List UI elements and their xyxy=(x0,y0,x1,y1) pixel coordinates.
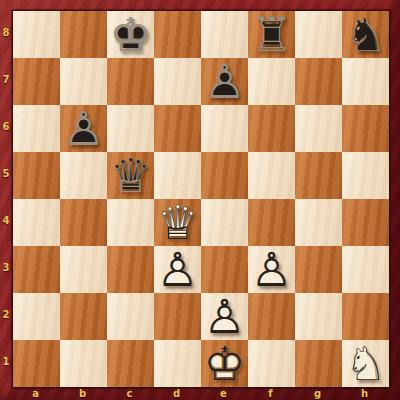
square-c1[interactable] xyxy=(107,340,154,387)
square-b7[interactable] xyxy=(60,58,107,105)
white-queen-d4[interactable]: ♛♕ xyxy=(154,199,201,246)
black-pawn-outline: ♙ xyxy=(60,105,107,152)
square-b5[interactable] xyxy=(60,152,107,199)
square-g6[interactable] xyxy=(295,105,342,152)
square-f1[interactable] xyxy=(248,340,295,387)
square-f2[interactable] xyxy=(248,293,295,340)
square-a1[interactable] xyxy=(13,340,60,387)
square-f8[interactable]: ♜♖ xyxy=(248,11,295,58)
square-c3[interactable] xyxy=(107,246,154,293)
rank-label-7: 7 xyxy=(0,74,12,86)
square-d7[interactable] xyxy=(154,58,201,105)
square-h7[interactable] xyxy=(342,58,389,105)
file-label-b: b xyxy=(59,388,106,400)
square-g1[interactable] xyxy=(295,340,342,387)
square-b1[interactable] xyxy=(60,340,107,387)
square-f6[interactable] xyxy=(248,105,295,152)
black-knight-outline: ♘ xyxy=(342,11,389,58)
white-pawn-f3[interactable]: ♟♙ xyxy=(248,246,295,293)
square-g4[interactable] xyxy=(295,199,342,246)
square-e7[interactable]: ♟♙ xyxy=(201,58,248,105)
square-a6[interactable] xyxy=(13,105,60,152)
black-queen-c5[interactable]: ♛♕ xyxy=(107,152,154,199)
file-label-f: f xyxy=(247,388,294,400)
square-a5[interactable] xyxy=(13,152,60,199)
square-d2[interactable] xyxy=(154,293,201,340)
white-king-e1[interactable]: ♚♔ xyxy=(201,340,248,387)
file-label-c: c xyxy=(106,388,153,400)
square-b8[interactable] xyxy=(60,11,107,58)
black-queen-outline: ♕ xyxy=(107,152,154,199)
square-c8[interactable]: ♚♔ xyxy=(107,11,154,58)
square-c6[interactable] xyxy=(107,105,154,152)
black-king-c8[interactable]: ♚♔ xyxy=(107,11,154,58)
white-pawn-e2[interactable]: ♟♙ xyxy=(201,293,248,340)
square-a7[interactable] xyxy=(13,58,60,105)
square-g2[interactable] xyxy=(295,293,342,340)
square-f7[interactable] xyxy=(248,58,295,105)
square-b3[interactable] xyxy=(60,246,107,293)
square-a4[interactable] xyxy=(13,199,60,246)
square-a2[interactable] xyxy=(13,293,60,340)
rank-label-4: 4 xyxy=(0,215,12,227)
file-label-d: d xyxy=(153,388,200,400)
square-h8[interactable]: ♞♘ xyxy=(342,11,389,58)
white-knight-h1[interactable]: ♞♘ xyxy=(342,340,389,387)
file-label-g: g xyxy=(294,388,341,400)
square-e3[interactable] xyxy=(201,246,248,293)
file-label-a: a xyxy=(12,388,59,400)
file-label-e: e xyxy=(200,388,247,400)
square-b2[interactable] xyxy=(60,293,107,340)
rank-label-3: 3 xyxy=(0,262,12,274)
white-queen-outline: ♕ xyxy=(154,199,201,246)
square-c7[interactable] xyxy=(107,58,154,105)
white-pawn-d3[interactable]: ♟♙ xyxy=(154,246,201,293)
square-g5[interactable] xyxy=(295,152,342,199)
square-e2[interactable]: ♟♙ xyxy=(201,293,248,340)
square-d3[interactable]: ♟♙ xyxy=(154,246,201,293)
square-f4[interactable] xyxy=(248,199,295,246)
square-c4[interactable] xyxy=(107,199,154,246)
square-g7[interactable] xyxy=(295,58,342,105)
black-pawn-outline: ♙ xyxy=(201,58,248,105)
file-label-h: h xyxy=(341,388,388,400)
white-pawn-outline: ♙ xyxy=(201,293,248,340)
square-h4[interactable] xyxy=(342,199,389,246)
square-h2[interactable] xyxy=(342,293,389,340)
square-e4[interactable] xyxy=(201,199,248,246)
square-h6[interactable] xyxy=(342,105,389,152)
white-pawn-outline: ♙ xyxy=(248,246,295,293)
square-e1[interactable]: ♚♔ xyxy=(201,340,248,387)
square-h1[interactable]: ♞♘ xyxy=(342,340,389,387)
square-c2[interactable] xyxy=(107,293,154,340)
black-rook-outline: ♖ xyxy=(248,11,295,58)
square-b4[interactable] xyxy=(60,199,107,246)
rank-label-2: 2 xyxy=(0,309,12,321)
square-a3[interactable] xyxy=(13,246,60,293)
square-d5[interactable] xyxy=(154,152,201,199)
black-king-outline: ♔ xyxy=(107,11,154,58)
square-d6[interactable] xyxy=(154,105,201,152)
square-c5[interactable]: ♛♕ xyxy=(107,152,154,199)
rank-label-5: 5 xyxy=(0,168,12,180)
square-e5[interactable] xyxy=(201,152,248,199)
square-g8[interactable] xyxy=(295,11,342,58)
square-h5[interactable] xyxy=(342,152,389,199)
black-pawn-e7[interactable]: ♟♙ xyxy=(201,58,248,105)
chessboard-frame: ♚♔♜♖♞♘♟♙♟♙♛♕♛♕♟♙♟♙♟♙♚♔♞♘ 87654321 abcdef… xyxy=(0,0,400,400)
rank-label-6: 6 xyxy=(0,121,12,133)
black-rook-f8[interactable]: ♜♖ xyxy=(248,11,295,58)
square-g3[interactable] xyxy=(295,246,342,293)
rank-label-8: 8 xyxy=(0,27,12,39)
white-king-outline: ♔ xyxy=(201,340,248,387)
square-d8[interactable] xyxy=(154,11,201,58)
square-h3[interactable] xyxy=(342,246,389,293)
square-d1[interactable] xyxy=(154,340,201,387)
square-d4[interactable]: ♛♕ xyxy=(154,199,201,246)
square-e8[interactable] xyxy=(201,11,248,58)
square-b6[interactable]: ♟♙ xyxy=(60,105,107,152)
chess-board: ♚♔♜♖♞♘♟♙♟♙♛♕♛♕♟♙♟♙♟♙♚♔♞♘ xyxy=(12,10,390,388)
square-f3[interactable]: ♟♙ xyxy=(248,246,295,293)
square-a8[interactable] xyxy=(13,11,60,58)
square-e6[interactable] xyxy=(201,105,248,152)
white-knight-outline: ♘ xyxy=(342,340,389,387)
square-f5[interactable] xyxy=(248,152,295,199)
black-pawn-b6[interactable]: ♟♙ xyxy=(60,105,107,152)
white-pawn-outline: ♙ xyxy=(154,246,201,293)
rank-label-1: 1 xyxy=(0,356,12,368)
black-knight-h8[interactable]: ♞♘ xyxy=(342,11,389,58)
